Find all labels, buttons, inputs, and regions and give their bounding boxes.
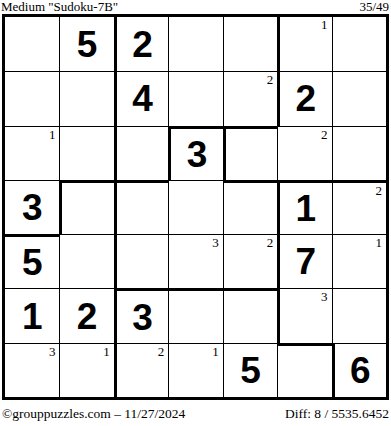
footer: ©grouppuzzles.com – 11/27/2024 Diff: 8 /…: [0, 404, 391, 424]
given-digit: 5: [22, 244, 43, 281]
given-digit: 5: [240, 352, 261, 389]
cell-r2c6[interactable]: 2: [277, 71, 331, 125]
cell-r2c4[interactable]: [168, 71, 222, 125]
cell-r7c5[interactable]: 5: [223, 343, 277, 397]
puzzle-page: Medium "Sudoku-7B" 35/49 521422132312532…: [0, 0, 391, 426]
cell-r5c2[interactable]: [59, 234, 113, 288]
cell-r2c3[interactable]: 4: [114, 71, 168, 125]
cell-r6c5[interactable]: [223, 288, 277, 342]
given-digit: 3: [187, 136, 208, 173]
cell-r5c1[interactable]: 5: [5, 234, 59, 288]
corner-mark: 1: [321, 18, 328, 31]
cell-r2c5[interactable]: 2: [223, 71, 277, 125]
cell-r3c1[interactable]: 1: [5, 126, 59, 180]
corner-mark: 3: [212, 236, 219, 249]
cell-r4c7[interactable]: 2: [332, 180, 386, 234]
cell-r7c2[interactable]: 1: [59, 343, 113, 397]
cell-r5c4[interactable]: 3: [168, 234, 222, 288]
given-digit: 1: [22, 298, 43, 335]
corner-mark: 3: [49, 345, 56, 358]
cell-r7c7[interactable]: 6: [332, 343, 386, 397]
given-digit: 6: [350, 352, 371, 389]
given-digit: 2: [132, 26, 153, 63]
empty-cells-counter: 35/49: [359, 0, 391, 14]
cell-r2c1[interactable]: [5, 71, 59, 125]
cell-r5c3[interactable]: [114, 234, 168, 288]
given-digit: 3: [22, 189, 43, 226]
cell-r5c7[interactable]: 1: [332, 234, 386, 288]
cell-r6c4[interactable]: [168, 288, 222, 342]
corner-mark: 2: [267, 236, 274, 249]
cell-r7c1[interactable]: 3: [5, 343, 59, 397]
cell-r1c5[interactable]: [223, 17, 277, 71]
header: Medium "Sudoku-7B" 35/49: [0, 0, 391, 14]
difficulty-text: Diff: 8 / 5535.6452: [285, 406, 391, 422]
cell-r4c2[interactable]: [59, 180, 113, 234]
cell-r3c2[interactable]: [59, 126, 113, 180]
cell-r5c5[interactable]: 2: [223, 234, 277, 288]
cell-r3c5[interactable]: [223, 126, 277, 180]
given-digit: 2: [77, 298, 98, 335]
given-digit: 2: [296, 80, 317, 117]
corner-mark: 1: [212, 345, 219, 358]
corner-mark: 2: [158, 345, 165, 358]
cell-r4c5[interactable]: [223, 180, 277, 234]
cell-r1c6[interactable]: 1: [277, 17, 331, 71]
copyright-text: ©grouppuzzles.com – 11/27/2024: [0, 406, 185, 422]
cell-r3c3[interactable]: [114, 126, 168, 180]
cell-r7c3[interactable]: 2: [114, 343, 168, 397]
cell-r2c2[interactable]: [59, 71, 113, 125]
corner-mark: 2: [267, 73, 274, 86]
cell-r1c7[interactable]: [332, 17, 386, 71]
puzzle-title: Medium "Sudoku-7B": [0, 0, 118, 14]
cell-r2c7[interactable]: [332, 71, 386, 125]
cell-r4c6[interactable]: 1: [277, 180, 331, 234]
corner-mark: 1: [375, 236, 382, 249]
corner-mark: 1: [103, 345, 110, 358]
corner-mark: 3: [321, 290, 328, 303]
given-digit: 7: [296, 243, 317, 280]
cell-r1c2[interactable]: 5: [59, 17, 113, 71]
cell-r6c3[interactable]: 3: [114, 288, 168, 342]
sudoku-board: 521422132312532711233312156: [2, 14, 389, 400]
given-digit: 1: [296, 190, 317, 227]
cell-r1c3[interactable]: 2: [114, 17, 168, 71]
corner-mark: 1: [49, 128, 56, 141]
cell-r3c4[interactable]: 3: [168, 126, 222, 180]
cell-r3c6[interactable]: 2: [277, 126, 331, 180]
cell-r4c4[interactable]: [168, 180, 222, 234]
given-digit: 4: [132, 80, 153, 117]
given-digit: 3: [132, 299, 153, 336]
cell-r4c3[interactable]: [114, 180, 168, 234]
given-digit: 5: [77, 26, 98, 63]
cell-r7c6[interactable]: [277, 343, 331, 397]
cell-r6c2[interactable]: 2: [59, 288, 113, 342]
cell-r4c1[interactable]: 3: [5, 180, 59, 234]
cell-r7c4[interactable]: 1: [168, 343, 222, 397]
cell-r3c7[interactable]: [332, 126, 386, 180]
cell-r6c6[interactable]: 3: [277, 288, 331, 342]
cell-r6c1[interactable]: 1: [5, 288, 59, 342]
cell-r5c6[interactable]: 7: [277, 234, 331, 288]
corner-mark: 2: [375, 184, 382, 197]
cell-r1c1[interactable]: [5, 17, 59, 71]
cell-r1c4[interactable]: [168, 17, 222, 71]
cell-r6c7[interactable]: [332, 288, 386, 342]
corner-mark: 2: [321, 128, 328, 141]
